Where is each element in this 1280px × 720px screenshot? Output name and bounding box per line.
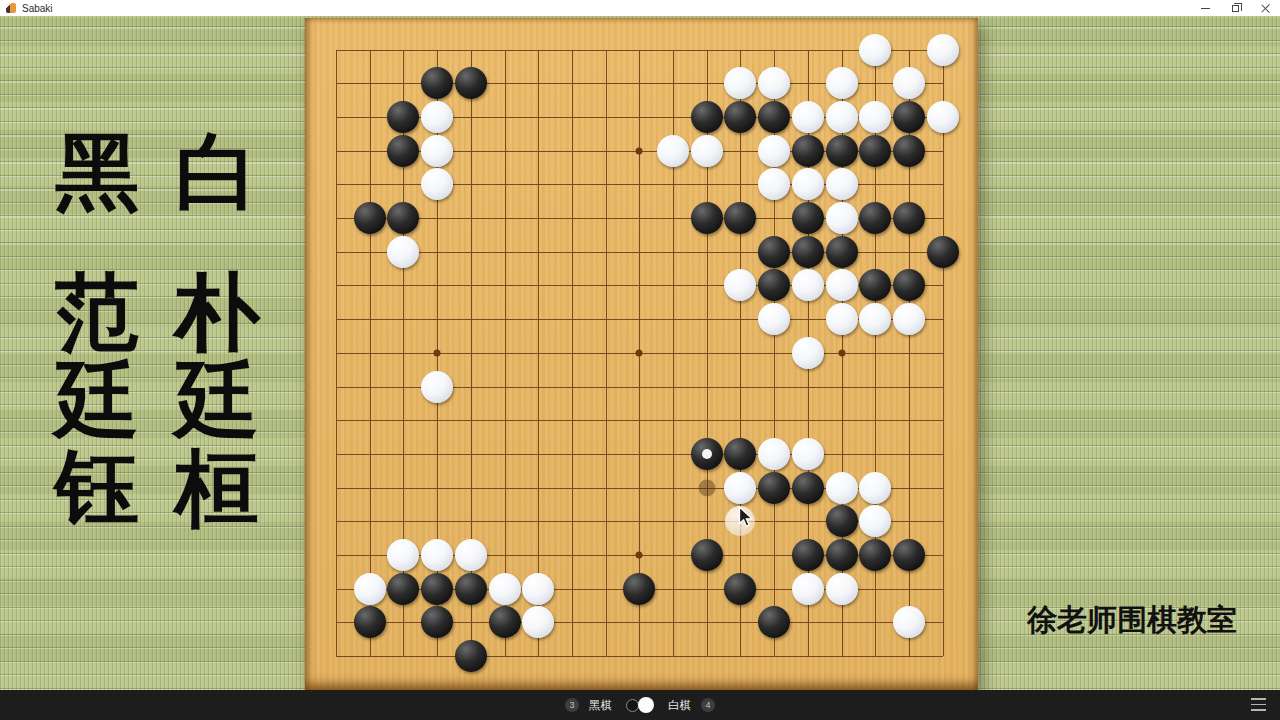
white-stone[interactable]	[859, 101, 891, 133]
star-point	[838, 349, 845, 356]
black-stone[interactable]	[455, 640, 487, 672]
black-stone[interactable]	[421, 67, 453, 99]
hamburger-icon	[1251, 698, 1266, 700]
black-stone[interactable]	[859, 135, 891, 167]
white-stone[interactable]	[421, 168, 453, 200]
sabaki-app-icon	[6, 3, 16, 13]
white-stone[interactable]	[792, 337, 824, 369]
white-stone[interactable]	[724, 67, 756, 99]
black-stone[interactable]	[893, 269, 925, 301]
black-name-char: 钰	[55, 444, 139, 532]
black-stone[interactable]	[893, 101, 925, 133]
grid-line	[943, 50, 944, 657]
white-stone[interactable]	[826, 202, 858, 234]
white-stone[interactable]	[522, 573, 554, 605]
black-stone[interactable]	[893, 135, 925, 167]
black-stone[interactable]	[489, 606, 521, 638]
black-stone[interactable]	[792, 202, 824, 234]
black-stone[interactable]	[758, 269, 790, 301]
black-captures-badge: 3	[565, 698, 579, 712]
restore-icon	[1232, 5, 1239, 12]
status-bar: 3 黑棋 白棋 4	[0, 690, 1280, 720]
black-stone[interactable]	[387, 202, 419, 234]
black-stone[interactable]	[859, 269, 891, 301]
white-stone[interactable]	[758, 303, 790, 335]
white-stone[interactable]	[792, 573, 824, 605]
black-player-label: 黑棋	[589, 698, 612, 713]
black-stone[interactable]	[826, 236, 858, 268]
white-stone[interactable]	[859, 34, 891, 66]
black-stone[interactable]	[724, 202, 756, 234]
white-stone[interactable]	[893, 67, 925, 99]
white-name-char: 廷	[175, 356, 259, 444]
last-move-marker	[702, 449, 712, 459]
white-player-column: 白 朴 廷 桓	[174, 128, 260, 532]
white-stone[interactable]	[421, 371, 453, 403]
white-stone[interactable]	[826, 168, 858, 200]
close-button[interactable]	[1250, 0, 1280, 16]
black-stone[interactable]	[792, 539, 824, 571]
black-stone[interactable]	[354, 202, 386, 234]
white-stone[interactable]	[859, 505, 891, 537]
white-stone[interactable]	[387, 236, 419, 268]
black-stone[interactable]	[758, 472, 790, 504]
black-stone[interactable]	[354, 606, 386, 638]
white-stone[interactable]	[826, 67, 858, 99]
black-stone[interactable]	[421, 606, 453, 638]
title-bar: Sabaki	[0, 0, 1280, 16]
white-stone[interactable]	[758, 168, 790, 200]
restore-button[interactable]	[1220, 0, 1250, 16]
window-controls	[1190, 0, 1280, 16]
grid-line	[336, 454, 943, 455]
star-point	[636, 147, 643, 154]
white-stone[interactable]	[724, 269, 756, 301]
turn-toggle[interactable]	[626, 697, 654, 713]
white-stone[interactable]	[792, 101, 824, 133]
black-stone[interactable]	[724, 573, 756, 605]
white-stone[interactable]	[657, 135, 689, 167]
white-stone[interactable]	[691, 135, 723, 167]
white-stone-icon	[638, 697, 654, 713]
white-stone[interactable]	[927, 34, 959, 66]
black-stone[interactable]	[691, 539, 723, 571]
white-stone[interactable]	[859, 472, 891, 504]
black-stone[interactable]	[826, 505, 858, 537]
black-stone[interactable]	[893, 202, 925, 234]
black-stone[interactable]	[859, 202, 891, 234]
white-stone[interactable]	[421, 135, 453, 167]
black-stone[interactable]	[792, 472, 824, 504]
black-stone[interactable]	[859, 539, 891, 571]
black-stone[interactable]	[387, 101, 419, 133]
black-name-char: 范	[55, 268, 139, 356]
white-stone[interactable]	[893, 606, 925, 638]
white-stone[interactable]	[489, 573, 521, 605]
player-name-panel: 黑 范 廷 钰 白 朴 廷 桓	[54, 128, 260, 532]
black-stone[interactable]	[387, 135, 419, 167]
black-stone[interactable]	[758, 101, 790, 133]
white-color-label: 白	[175, 128, 259, 216]
black-stone[interactable]	[691, 101, 723, 133]
grid-line	[336, 420, 943, 421]
white-stone[interactable]	[826, 573, 858, 605]
white-stone[interactable]	[758, 438, 790, 470]
window-title: Sabaki	[22, 3, 53, 14]
grid-line	[740, 50, 741, 657]
black-stone[interactable]	[792, 135, 824, 167]
white-stone[interactable]	[387, 539, 419, 571]
black-stone[interactable]	[691, 202, 723, 234]
mouse-cursor	[738, 506, 754, 532]
white-stone[interactable]	[421, 539, 453, 571]
white-stone[interactable]	[893, 303, 925, 335]
white-stone[interactable]	[826, 101, 858, 133]
white-stone[interactable]	[826, 303, 858, 335]
white-stone[interactable]	[354, 573, 386, 605]
black-stone[interactable]	[623, 573, 655, 605]
black-stone[interactable]	[758, 606, 790, 638]
white-stone[interactable]	[826, 472, 858, 504]
grid-line	[336, 656, 943, 657]
hamburger-icon	[1251, 709, 1266, 711]
minimize-button[interactable]	[1190, 0, 1220, 16]
white-name-char: 桓	[175, 444, 259, 532]
black-color-label: 黑	[55, 128, 139, 216]
classroom-watermark: 徐老师围棋教室	[1027, 600, 1237, 641]
close-icon	[1261, 4, 1270, 13]
sabaki-window: Sabaki 黑 范 廷 钰 白 朴 廷 桓	[0, 0, 1280, 720]
black-stone[interactable]	[893, 539, 925, 571]
white-stone[interactable]	[724, 472, 756, 504]
hamburger-icon	[1251, 704, 1266, 706]
black-stone[interactable]	[927, 236, 959, 268]
hamburger-menu-button[interactable]	[1251, 698, 1266, 711]
white-captures-badge: 4	[701, 698, 715, 712]
white-stone[interactable]	[758, 135, 790, 167]
white-stone[interactable]	[792, 168, 824, 200]
black-stone[interactable]	[455, 67, 487, 99]
black-player-column: 黑 范 廷 钰	[54, 128, 140, 532]
black-name-char: 廷	[55, 356, 139, 444]
black-stone[interactable]	[758, 236, 790, 268]
white-player-label: 白棋	[668, 698, 691, 713]
white-stone[interactable]	[758, 67, 790, 99]
white-stone[interactable]	[826, 269, 858, 301]
black-stone[interactable]	[724, 438, 756, 470]
white-name-char: 朴	[175, 268, 259, 356]
black-stone[interactable]	[792, 236, 824, 268]
white-stone[interactable]	[792, 438, 824, 470]
minimize-icon	[1201, 8, 1210, 9]
black-stone[interactable]	[421, 573, 453, 605]
white-stone[interactable]	[792, 269, 824, 301]
white-stone[interactable]	[421, 101, 453, 133]
black-stone[interactable]	[724, 101, 756, 133]
star-point	[636, 552, 643, 559]
variation-dot	[698, 479, 715, 496]
go-board[interactable]	[305, 18, 978, 690]
star-point	[636, 349, 643, 356]
white-stone[interactable]	[927, 101, 959, 133]
black-stone[interactable]	[455, 573, 487, 605]
black-stone[interactable]	[826, 135, 858, 167]
black-stone[interactable]	[826, 539, 858, 571]
white-stone[interactable]	[455, 539, 487, 571]
star-point	[434, 349, 441, 356]
white-stone[interactable]	[522, 606, 554, 638]
white-stone[interactable]	[859, 303, 891, 335]
tatami-background: 黑 范 廷 钰 白 朴 廷 桓 徐老师围棋教室	[0, 16, 1280, 690]
black-stone[interactable]	[387, 573, 419, 605]
